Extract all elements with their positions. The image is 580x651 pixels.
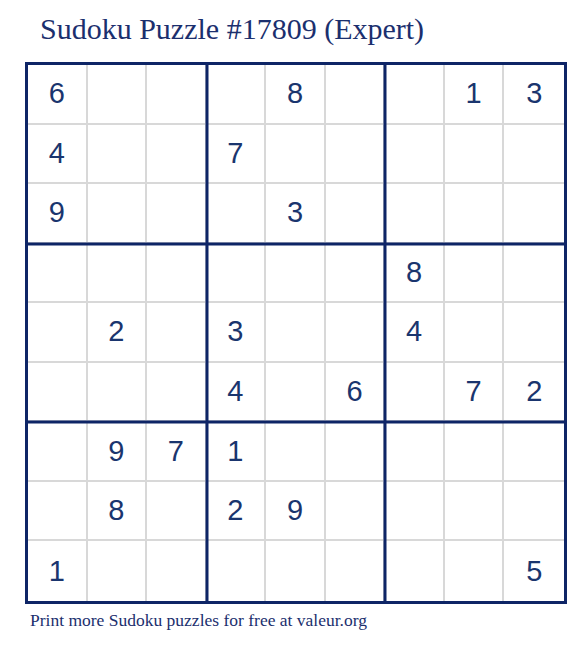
sudoku-cell-r2c7 <box>385 125 445 185</box>
sudoku-cell-r7c8 <box>445 422 505 482</box>
sudoku-cell-r4c2 <box>88 244 148 304</box>
sudoku-cell-r9c8 <box>445 541 505 601</box>
sudoku-cell-r1c7 <box>385 65 445 125</box>
box-divider-horizontal-2 <box>28 421 564 424</box>
sudoku-cell-r7c1 <box>28 422 88 482</box>
box-divider-vertical-1 <box>205 65 208 601</box>
sudoku-cell-r3c6 <box>326 184 386 244</box>
sudoku-cell-r8c2: 8 <box>88 482 148 542</box>
sudoku-cell-r1c3 <box>147 65 207 125</box>
sudoku-cell-r8c5: 9 <box>266 482 326 542</box>
sudoku-cell-r1c2 <box>88 65 148 125</box>
sudoku-cell-r4c5 <box>266 244 326 304</box>
sudoku-cell-r1c9: 3 <box>504 65 564 125</box>
sudoku-cell-r3c2 <box>88 184 148 244</box>
box-divider-horizontal-1 <box>28 242 564 245</box>
sudoku-cell-r7c3: 7 <box>147 422 207 482</box>
sudoku-cell-r9c7 <box>385 541 445 601</box>
sudoku-cell-r8c8 <box>445 482 505 542</box>
sudoku-cell-r8c9 <box>504 482 564 542</box>
box-divider-vertical-2 <box>384 65 387 601</box>
sudoku-cell-r8c6 <box>326 482 386 542</box>
sudoku-cell-r3c4 <box>207 184 267 244</box>
sudoku-cell-r2c5 <box>266 125 326 185</box>
sudoku-cell-r7c2: 9 <box>88 422 148 482</box>
sudoku-cell-r9c4 <box>207 541 267 601</box>
sudoku-cell-r8c1 <box>28 482 88 542</box>
sudoku-cell-r9c3 <box>147 541 207 601</box>
sudoku-cell-r4c7: 8 <box>385 244 445 304</box>
sudoku-cell-r6c9: 2 <box>504 363 564 423</box>
sudoku-cell-r2c8 <box>445 125 505 185</box>
sudoku-cell-r5c4: 3 <box>207 303 267 363</box>
sudoku-cell-r6c7 <box>385 363 445 423</box>
sudoku-cell-r6c5 <box>266 363 326 423</box>
sudoku-cell-r5c8 <box>445 303 505 363</box>
sudoku-cell-r7c9 <box>504 422 564 482</box>
sudoku-cell-r5c2: 2 <box>88 303 148 363</box>
sudoku-cell-r6c1 <box>28 363 88 423</box>
page-title: Sudoku Puzzle #17809 (Expert) <box>40 12 424 46</box>
sudoku-cell-r4c6 <box>326 244 386 304</box>
sudoku-cell-r1c4 <box>207 65 267 125</box>
sudoku-cell-r3c8 <box>445 184 505 244</box>
sudoku-cell-r8c4: 2 <box>207 482 267 542</box>
sudoku-cell-r4c4 <box>207 244 267 304</box>
sudoku-cell-r5c5 <box>266 303 326 363</box>
sudoku-cell-r9c2 <box>88 541 148 601</box>
sudoku-cell-r6c6: 6 <box>326 363 386 423</box>
sudoku-cell-r6c3 <box>147 363 207 423</box>
sudoku-cell-r6c4: 4 <box>207 363 267 423</box>
sudoku-cell-r5c7: 4 <box>385 303 445 363</box>
sudoku-cell-r5c9 <box>504 303 564 363</box>
sudoku-cell-r4c1 <box>28 244 88 304</box>
sudoku-board: 681347938234467297182915 <box>25 62 567 604</box>
sudoku-cell-r1c6 <box>326 65 386 125</box>
sudoku-cell-r3c3 <box>147 184 207 244</box>
sudoku-cell-r1c8: 1 <box>445 65 505 125</box>
sudoku-cell-r2c4: 7 <box>207 125 267 185</box>
footer-text: Print more Sudoku puzzles for free at va… <box>30 610 367 631</box>
sudoku-cell-r4c3 <box>147 244 207 304</box>
sudoku-cell-r5c1 <box>28 303 88 363</box>
sudoku-cell-r1c1: 6 <box>28 65 88 125</box>
sudoku-cell-r5c3 <box>147 303 207 363</box>
sudoku-cell-r7c5 <box>266 422 326 482</box>
sudoku-cell-r2c9 <box>504 125 564 185</box>
sudoku-cell-r5c6 <box>326 303 386 363</box>
sudoku-cell-r9c9: 5 <box>504 541 564 601</box>
sudoku-cell-r3c1: 9 <box>28 184 88 244</box>
sudoku-cell-r9c5 <box>266 541 326 601</box>
sudoku-cell-r1c5: 8 <box>266 65 326 125</box>
sudoku-cell-r4c9 <box>504 244 564 304</box>
sudoku-cell-r4c8 <box>445 244 505 304</box>
sudoku-cell-r7c6 <box>326 422 386 482</box>
sudoku-cell-r7c7 <box>385 422 445 482</box>
sudoku-cell-r3c9 <box>504 184 564 244</box>
sudoku-cell-r2c2 <box>88 125 148 185</box>
sudoku-cell-r2c6 <box>326 125 386 185</box>
sudoku-page: Sudoku Puzzle #17809 (Expert) 6813479382… <box>0 0 580 651</box>
sudoku-cell-r3c7 <box>385 184 445 244</box>
sudoku-cell-r9c1: 1 <box>28 541 88 601</box>
sudoku-cell-r7c4: 1 <box>207 422 267 482</box>
sudoku-cell-r3c5: 3 <box>266 184 326 244</box>
sudoku-cell-r2c3 <box>147 125 207 185</box>
sudoku-cell-r8c3 <box>147 482 207 542</box>
sudoku-cell-r2c1: 4 <box>28 125 88 185</box>
sudoku-cell-r6c8: 7 <box>445 363 505 423</box>
sudoku-cell-r6c2 <box>88 363 148 423</box>
sudoku-cell-r9c6 <box>326 541 386 601</box>
sudoku-cell-r8c7 <box>385 482 445 542</box>
